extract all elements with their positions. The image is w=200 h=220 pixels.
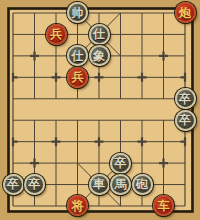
piece-character: 馬 <box>115 178 127 190</box>
board-cell: 卒 <box>24 174 46 195</box>
piece-character: 仕 <box>72 50 84 62</box>
piece-red-chariot[interactable]: 车 <box>153 195 174 216</box>
piece-character: 车 <box>158 200 170 212</box>
board-cell: 馬 <box>110 174 132 195</box>
board-cell: 卒 <box>174 88 196 109</box>
piece-character: 卒 <box>179 114 191 126</box>
piece-silver-general[interactable]: 帅 <box>67 2 88 23</box>
piece-character: 仕 <box>93 28 105 40</box>
piece-silver-soldier[interactable]: 卒 <box>24 174 45 195</box>
piece-silver-soldier[interactable]: 卒 <box>175 110 196 131</box>
piece-red-cannon[interactable]: 炮 <box>175 2 196 23</box>
board-cell: 帅 <box>67 2 89 23</box>
piece-silver-horse[interactable]: 馬 <box>110 174 131 195</box>
piece-character: 兵 <box>72 71 84 83</box>
piece-character: 砲 <box>136 178 148 190</box>
board-cell: 卒 <box>174 109 196 130</box>
piece-character: 帅 <box>72 7 84 19</box>
piece-silver-soldier[interactable]: 卒 <box>3 174 24 195</box>
piece-character: 兵 <box>50 28 62 40</box>
board-cell: 車 <box>88 174 110 195</box>
xiangqi-app: 帅炮兵仕仕象兵卒卒卒卒卒車馬砲将车 <box>0 0 200 220</box>
piece-red-general[interactable]: 将 <box>67 195 88 216</box>
board-cell: 车 <box>153 195 175 216</box>
board-cell: 象 <box>88 45 110 66</box>
piece-character: 卒 <box>29 178 41 190</box>
piece-character: 象 <box>93 50 105 62</box>
piece-red-soldier[interactable]: 兵 <box>46 24 67 45</box>
piece-silver-soldier[interactable]: 卒 <box>110 153 131 174</box>
board-cell: 卒 <box>110 152 132 173</box>
piece-character: 卒 <box>7 178 19 190</box>
board-intersections[interactable]: 帅炮兵仕仕象兵卒卒卒卒卒車馬砲将车 <box>2 2 196 216</box>
piece-red-soldier[interactable]: 兵 <box>67 67 88 88</box>
board-cell: 炮 <box>174 2 196 23</box>
piece-character: 将 <box>72 200 84 212</box>
board-cell: 卒 <box>2 174 24 195</box>
board-cell: 仕 <box>88 24 110 45</box>
piece-silver-elephant[interactable]: 象 <box>89 45 110 66</box>
piece-character: 炮 <box>179 7 191 19</box>
piece-silver-cannon[interactable]: 砲 <box>132 174 153 195</box>
piece-silver-advisor[interactable]: 仕 <box>67 45 88 66</box>
piece-character: 車 <box>93 178 105 190</box>
board-cell: 兵 <box>45 24 67 45</box>
piece-character: 卒 <box>179 93 191 105</box>
board-cell: 砲 <box>131 174 153 195</box>
board-cell: 兵 <box>67 67 89 88</box>
piece-silver-soldier[interactable]: 卒 <box>175 88 196 109</box>
board-cell: 将 <box>67 195 89 216</box>
piece-silver-advisor[interactable]: 仕 <box>89 24 110 45</box>
piece-silver-chariot[interactable]: 車 <box>89 174 110 195</box>
board-cell: 仕 <box>67 45 89 66</box>
piece-character: 卒 <box>115 157 127 169</box>
